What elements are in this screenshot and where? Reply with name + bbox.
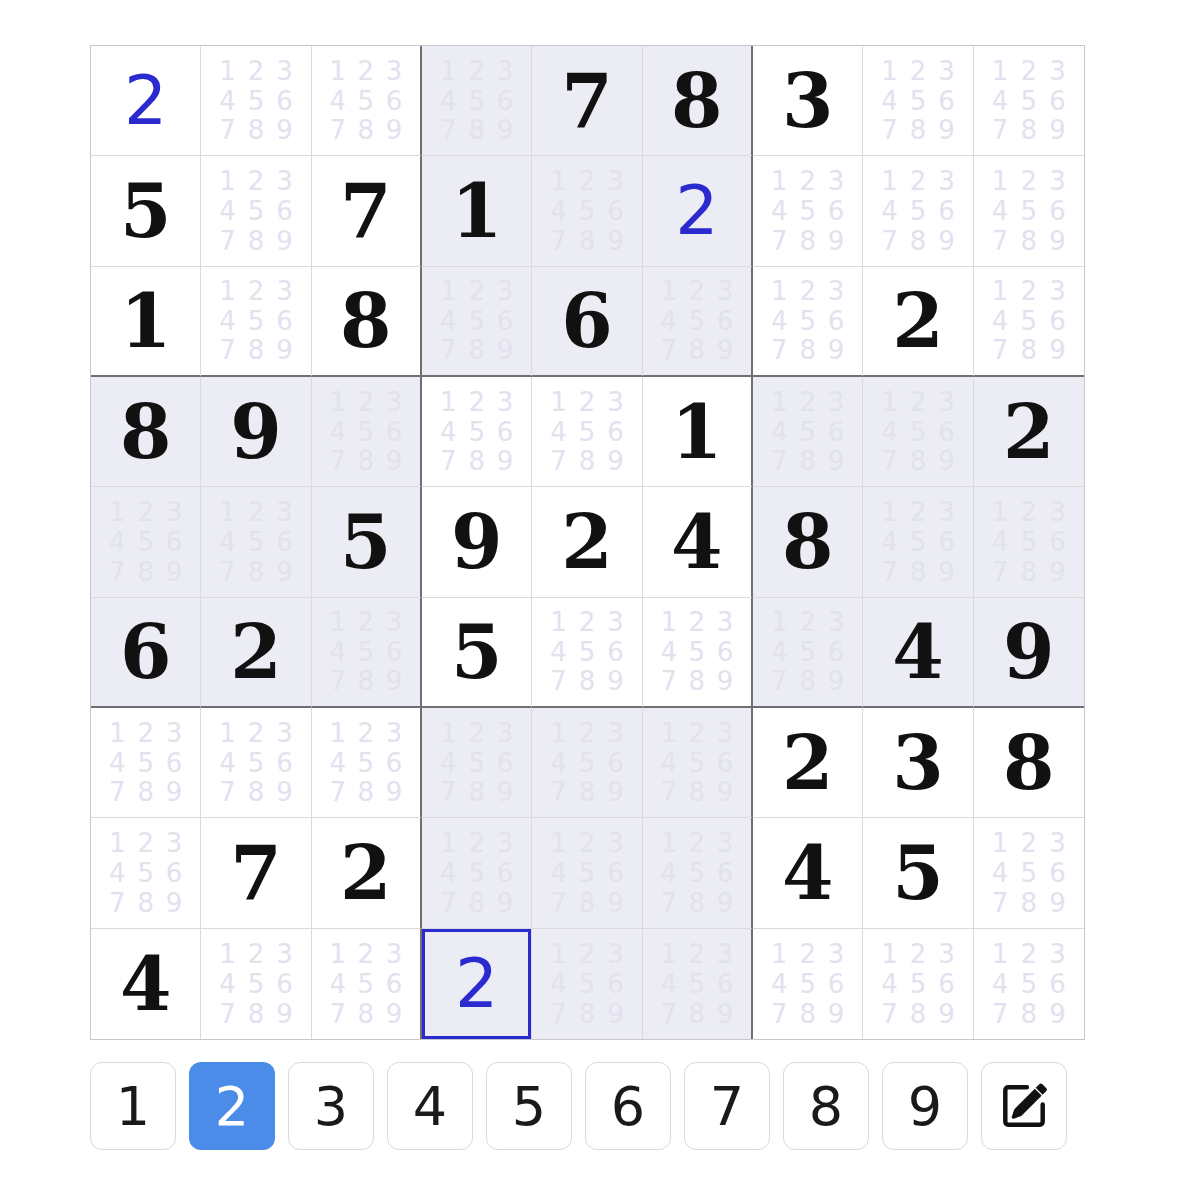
numpad-button-9[interactable]: 9	[882, 1062, 968, 1150]
cell-r2c9[interactable]: 123456789	[974, 156, 1084, 266]
pencil-mark-digit: 1	[986, 497, 1015, 527]
numpad-button-1[interactable]: 1	[90, 1062, 176, 1150]
cell-r3c4[interactable]: 123456789	[422, 267, 532, 377]
pencil-mark-digit: 9	[270, 999, 298, 1029]
pencil-mark-digit: 8	[242, 778, 270, 808]
pencil-mark-digit: 8	[683, 888, 711, 918]
pencil-mark-digit: 1	[986, 939, 1015, 969]
pencil-mark-digit: 3	[1043, 828, 1072, 858]
pencil-mark-digit: 7	[765, 447, 793, 477]
pencil-mark-digit: 2	[352, 939, 380, 969]
pencil-mark-digit: 5	[242, 748, 270, 778]
pencil-mark-digit: 1	[655, 939, 683, 969]
pencil-marks: 123456789	[312, 708, 420, 817]
pencil-mark-digit: 2	[462, 56, 490, 86]
pencil-mark-digit: 5	[242, 527, 270, 557]
pencil-marks: 123456789	[201, 156, 310, 265]
pencil-mark-digit: 2	[131, 497, 159, 527]
pencil-mark-digit: 2	[352, 56, 380, 86]
pencil-mark-digit: 3	[1043, 939, 1072, 969]
cell-r2c3[interactable]: 7	[312, 156, 422, 266]
cell-r1c5[interactable]: 7	[532, 46, 642, 156]
pencil-mark-digit: 7	[213, 778, 241, 808]
cell-r1c2[interactable]: 123456789	[201, 46, 311, 156]
pencil-mark-digit: 5	[1014, 196, 1043, 226]
cell-r3c8[interactable]: 2	[863, 267, 973, 377]
user-digit: 2	[675, 177, 718, 245]
pencil-mark-digit: 2	[683, 718, 711, 748]
pencil-mark-digit: 8	[462, 888, 490, 918]
pencil-marks: 123456789	[643, 267, 751, 375]
pencil-mark-digit: 8	[1014, 999, 1043, 1029]
cell-r3c5[interactable]: 6	[532, 267, 642, 377]
pencil-mark-digit: 5	[462, 306, 490, 335]
cell-r2c1[interactable]: 5	[91, 156, 201, 266]
pencil-mark-digit: 6	[932, 196, 960, 226]
pencil-mark-digit: 3	[822, 939, 850, 969]
pencil-mark-digit: 8	[793, 447, 821, 477]
pencil-mark-digit: 8	[683, 999, 711, 1029]
pencil-mark-digit: 4	[434, 306, 462, 335]
pencil-mark-digit: 7	[986, 557, 1015, 587]
cell-r3c2[interactable]: 123456789	[201, 267, 311, 377]
pencil-mark-digit: 6	[822, 417, 850, 447]
pencil-mark-digit: 2	[1014, 56, 1043, 86]
pencil-mark-digit: 2	[573, 828, 601, 858]
pencil-mark-digit: 5	[793, 417, 821, 447]
given-digit: 4	[782, 836, 834, 910]
pencil-mark-digit: 7	[434, 116, 462, 146]
pencil-mark-digit: 2	[1014, 939, 1043, 969]
given-digit: 1	[451, 174, 503, 248]
pencil-mark-digit: 6	[160, 748, 188, 778]
pencil-mark-digit: 5	[242, 196, 270, 226]
pencil-mark-digit: 7	[765, 667, 793, 696]
pencil-marks: 123456789	[532, 598, 641, 706]
pencil-mark-digit: 5	[242, 86, 270, 116]
pencil-mark-digit: 2	[462, 277, 490, 306]
pencil-mark-digit: 6	[601, 748, 629, 778]
cell-r7c4[interactable]: 123456789	[422, 708, 532, 818]
pencil-mark-digit: 6	[491, 858, 519, 888]
pencil-mark-digit: 1	[434, 387, 462, 417]
pencil-mark-digit: 1	[324, 608, 352, 637]
pencil-mark-digit: 5	[573, 637, 601, 666]
cell-r5c5[interactable]: 2	[532, 487, 642, 597]
pencil-mark-digit: 9	[380, 999, 408, 1029]
cell-r4c9[interactable]: 2	[974, 377, 1084, 487]
pencil-marks: 123456789	[974, 487, 1084, 596]
cell-r3c6[interactable]: 123456789	[643, 267, 753, 377]
pencil-mark-digit: 2	[242, 56, 270, 86]
cell-r5c6[interactable]: 4	[643, 487, 753, 597]
pencil-mark-digit: 9	[1043, 888, 1072, 918]
pencil-marks: 123456789	[312, 46, 420, 155]
pencil-mark-digit: 2	[131, 718, 159, 748]
cell-r9c7[interactable]: 123456789	[753, 929, 863, 1039]
pencil-mark-digit: 4	[213, 969, 241, 999]
pencil-mark-digit: 3	[1043, 56, 1072, 86]
pencil-mark-digit: 2	[1014, 497, 1043, 527]
pencil-mark-digit: 5	[352, 969, 380, 999]
numpad-edit-button[interactable]	[981, 1062, 1067, 1150]
pencil-mark-digit: 2	[904, 166, 932, 196]
cell-r2c2[interactable]: 123456789	[201, 156, 311, 266]
numpad-button-4[interactable]: 4	[387, 1062, 473, 1150]
pencil-marks: 123456789	[863, 46, 972, 155]
pencil-mark-digit: 8	[352, 447, 380, 477]
cell-r6c2[interactable]: 2	[201, 598, 311, 708]
pencil-mark-digit: 5	[131, 748, 159, 778]
pencil-mark-digit: 4	[213, 527, 241, 557]
pencil-mark-digit: 9	[601, 667, 629, 696]
pencil-mark-digit: 1	[765, 166, 793, 196]
pencil-mark-digit: 7	[765, 999, 793, 1029]
pencil-mark-digit: 8	[683, 667, 711, 696]
pencil-mark-digit: 5	[793, 306, 821, 335]
pencil-mark-digit: 8	[1014, 116, 1043, 146]
pencil-mark-digit: 5	[683, 637, 711, 666]
cell-r4c1[interactable]: 8	[91, 377, 201, 487]
pencil-mark-digit: 9	[601, 226, 629, 256]
given-digit: 6	[120, 615, 172, 689]
pencil-mark-digit: 4	[986, 969, 1015, 999]
pencil-marks: 123456789	[91, 818, 200, 927]
cell-r9c4[interactable]: 2	[422, 929, 532, 1039]
pencil-mark-digit: 5	[573, 858, 601, 888]
pencil-mark-digit: 6	[1043, 196, 1072, 226]
pencil-mark-digit: 3	[711, 608, 739, 637]
pencil-mark-digit: 5	[131, 858, 159, 888]
pencil-mark-digit: 3	[380, 387, 408, 417]
numpad-button-8[interactable]: 8	[783, 1062, 869, 1150]
pencil-mark-digit: 2	[131, 828, 159, 858]
pencil-mark-digit: 9	[822, 336, 850, 365]
cell-r9c9[interactable]: 123456789	[974, 929, 1084, 1039]
pencil-mark-digit: 3	[270, 939, 298, 969]
cell-r1c8[interactable]: 123456789	[863, 46, 973, 156]
numpad-button-3[interactable]: 3	[288, 1062, 374, 1150]
cell-r2c8[interactable]: 123456789	[863, 156, 973, 266]
pencil-mark-digit: 2	[242, 939, 270, 969]
pencil-mark-digit: 6	[491, 306, 519, 335]
pencil-mark-digit: 6	[711, 969, 739, 999]
pencil-mark-digit: 4	[213, 748, 241, 778]
pencil-mark-digit: 4	[213, 86, 241, 116]
cell-r5c7[interactable]: 8	[753, 487, 863, 597]
pencil-mark-digit: 4	[986, 858, 1015, 888]
cell-r7c9[interactable]: 8	[974, 708, 1084, 818]
numpad-button-6[interactable]: 6	[585, 1062, 671, 1150]
pencil-mark-digit: 2	[242, 166, 270, 196]
cell-r5c8[interactable]: 123456789	[863, 487, 973, 597]
pencil-mark-digit: 8	[793, 667, 821, 696]
cell-r8c4[interactable]: 123456789	[422, 818, 532, 928]
pencil-marks: 123456789	[532, 818, 641, 927]
pencil-marks: 123456789	[974, 46, 1084, 155]
pencil-mark-digit: 3	[932, 56, 960, 86]
pencil-mark-digit: 3	[270, 497, 298, 527]
cell-r7c2[interactable]: 123456789	[201, 708, 311, 818]
cell-r7c1[interactable]: 123456789	[91, 708, 201, 818]
pencil-mark-digit: 7	[213, 336, 241, 365]
cell-r2c6[interactable]: 2	[643, 156, 753, 266]
pencil-mark-digit: 8	[683, 336, 711, 365]
pencil-mark-digit: 6	[822, 196, 850, 226]
given-digit: 3	[892, 726, 944, 800]
cell-r7c3[interactable]: 123456789	[312, 708, 422, 818]
pencil-mark-digit: 1	[544, 166, 572, 196]
pencil-marks: 123456789	[422, 267, 531, 375]
pencil-mark-digit: 1	[324, 718, 352, 748]
cell-r9c3[interactable]: 123456789	[312, 929, 422, 1039]
pencil-mark-digit: 3	[491, 277, 519, 306]
pencil-mark-digit: 8	[352, 999, 380, 1029]
cell-r4c7[interactable]: 123456789	[753, 377, 863, 487]
sudoku-board: 2123456789123456789123456789783123456789…	[90, 45, 1085, 1040]
cell-r4c4[interactable]: 123456789	[422, 377, 532, 487]
cell-r6c6[interactable]: 123456789	[643, 598, 753, 708]
pencil-mark-digit: 5	[793, 637, 821, 666]
pencil-mark-digit: 8	[573, 667, 601, 696]
pencil-mark-digit: 4	[875, 196, 903, 226]
pencil-mark-digit: 3	[601, 387, 629, 417]
user-digit: 2	[455, 950, 498, 1018]
given-digit: 3	[782, 64, 834, 138]
pencil-mark-digit: 7	[875, 557, 903, 587]
cell-r1c9[interactable]: 123456789	[974, 46, 1084, 156]
cell-r3c1[interactable]: 1	[91, 267, 201, 377]
cell-r3c7[interactable]: 123456789	[753, 267, 863, 377]
pencil-mark-digit: 4	[875, 527, 903, 557]
pencil-mark-digit: 7	[986, 888, 1015, 918]
pencil-mark-digit: 6	[491, 748, 519, 778]
pencil-mark-digit: 8	[242, 999, 270, 1029]
cell-r2c5[interactable]: 123456789	[532, 156, 642, 266]
pencil-marks: 123456789	[643, 598, 751, 706]
cell-r6c3[interactable]: 123456789	[312, 598, 422, 708]
pencil-mark-digit: 6	[270, 527, 298, 557]
given-digit: 2	[892, 284, 944, 358]
pencil-mark-digit: 1	[103, 828, 131, 858]
pencil-mark-digit: 4	[765, 196, 793, 226]
cell-r5c3[interactable]: 5	[312, 487, 422, 597]
pencil-mark-digit: 7	[655, 667, 683, 696]
cell-r4c8[interactable]: 123456789	[863, 377, 973, 487]
pencil-mark-digit: 1	[875, 497, 903, 527]
pencil-mark-digit: 9	[822, 447, 850, 477]
pencil-mark-digit: 1	[655, 718, 683, 748]
cell-r9c5[interactable]: 123456789	[532, 929, 642, 1039]
numpad-button-7[interactable]: 7	[684, 1062, 770, 1150]
cell-r7c6[interactable]: 123456789	[643, 708, 753, 818]
cell-r1c6[interactable]: 8	[643, 46, 753, 156]
pencil-mark-digit: 3	[932, 939, 960, 969]
pencil-mark-digit: 9	[932, 557, 960, 587]
pencil-mark-digit: 5	[1014, 306, 1043, 335]
pencil-mark-digit: 5	[352, 637, 380, 666]
cell-r8c8[interactable]: 5	[863, 818, 973, 928]
cell-r1c4[interactable]: 123456789	[422, 46, 532, 156]
pencil-mark-digit: 3	[601, 166, 629, 196]
pencil-mark-digit: 8	[573, 447, 601, 477]
pencil-mark-digit: 6	[491, 86, 519, 116]
pencil-mark-digit: 7	[324, 116, 352, 146]
cell-r5c1[interactable]: 123456789	[91, 487, 201, 597]
pencil-mark-digit: 8	[573, 999, 601, 1029]
pencil-mark-digit: 9	[601, 888, 629, 918]
pencil-mark-digit: 7	[544, 888, 572, 918]
cell-r4c3[interactable]: 123456789	[312, 377, 422, 487]
pencil-marks: 123456789	[312, 377, 420, 486]
pencil-mark-digit: 4	[103, 748, 131, 778]
pencil-mark-digit: 8	[573, 778, 601, 808]
pencil-mark-digit: 1	[324, 56, 352, 86]
pencil-mark-digit: 3	[270, 166, 298, 196]
pencil-marks: 123456789	[974, 156, 1084, 265]
cell-r8c2[interactable]: 7	[201, 818, 311, 928]
pencil-mark-digit: 2	[573, 718, 601, 748]
pencil-mark-digit: 9	[601, 447, 629, 477]
cell-r5c9[interactable]: 123456789	[974, 487, 1084, 597]
cell-r9c1[interactable]: 4	[91, 929, 201, 1039]
cell-r5c4[interactable]: 9	[422, 487, 532, 597]
numpad-button-5[interactable]: 5	[486, 1062, 572, 1150]
pencil-mark-digit: 1	[213, 939, 241, 969]
pencil-mark-digit: 1	[103, 718, 131, 748]
given-digit: 4	[892, 615, 944, 689]
pencil-mark-digit: 4	[544, 858, 572, 888]
pencil-marks: 123456789	[422, 818, 531, 927]
pencil-mark-digit: 4	[213, 306, 241, 335]
pencil-mark-digit: 3	[1043, 277, 1072, 306]
cell-r7c8[interactable]: 3	[863, 708, 973, 818]
cell-r1c1[interactable]: 2	[91, 46, 201, 156]
cell-r5c2[interactable]: 123456789	[201, 487, 311, 597]
pencil-mark-digit: 1	[875, 56, 903, 86]
pencil-mark-digit: 7	[875, 999, 903, 1029]
pencil-mark-digit: 7	[324, 447, 352, 477]
pencil-mark-digit: 5	[1014, 527, 1043, 557]
cell-r1c3[interactable]: 123456789	[312, 46, 422, 156]
pencil-mark-digit: 1	[544, 718, 572, 748]
pencil-mark-digit: 9	[380, 447, 408, 477]
pencil-mark-digit: 5	[462, 86, 490, 116]
pencil-mark-digit: 4	[434, 748, 462, 778]
pencil-mark-digit: 6	[160, 858, 188, 888]
cell-r6c5[interactable]: 123456789	[532, 598, 642, 708]
pencil-mark-digit: 6	[822, 637, 850, 666]
cell-r6c7[interactable]: 123456789	[753, 598, 863, 708]
pencil-marks: 123456789	[753, 156, 862, 265]
pencil-mark-digit: 7	[324, 999, 352, 1029]
pencil-mark-digit: 4	[544, 969, 572, 999]
cell-r6c8[interactable]: 4	[863, 598, 973, 708]
pencil-mark-digit: 9	[711, 999, 739, 1029]
pencil-mark-digit: 4	[655, 748, 683, 778]
pencil-marks: 123456789	[91, 708, 200, 817]
given-digit: 4	[671, 505, 723, 579]
cell-r2c4[interactable]: 1	[422, 156, 532, 266]
pencil-mark-digit: 6	[711, 858, 739, 888]
pencil-mark-digit: 6	[270, 196, 298, 226]
given-digit: 9	[230, 395, 282, 469]
cell-r1c7[interactable]: 3	[753, 46, 863, 156]
given-digit: 8	[1003, 726, 1055, 800]
pencil-mark-digit: 8	[904, 999, 932, 1029]
pencil-mark-digit: 7	[655, 778, 683, 808]
pencil-mark-digit: 4	[986, 86, 1015, 116]
pencil-mark-digit: 5	[352, 86, 380, 116]
cell-r6c1[interactable]: 6	[91, 598, 201, 708]
pencil-mark-digit: 3	[822, 387, 850, 417]
cell-r3c9[interactable]: 123456789	[974, 267, 1084, 377]
cell-r9c8[interactable]: 123456789	[863, 929, 973, 1039]
pencil-mark-digit: 7	[213, 557, 241, 587]
cell-r9c6[interactable]: 123456789	[643, 929, 753, 1039]
pencil-mark-digit: 2	[1014, 277, 1043, 306]
pencil-mark-digit: 1	[765, 939, 793, 969]
pencil-marks: 123456789	[863, 156, 972, 265]
pencil-mark-digit: 4	[765, 306, 793, 335]
pencil-mark-digit: 9	[1043, 226, 1072, 256]
pencil-mark-digit: 3	[1043, 497, 1072, 527]
pencil-mark-digit: 2	[793, 608, 821, 637]
pencil-mark-digit: 2	[573, 166, 601, 196]
cell-r8c3[interactable]: 2	[312, 818, 422, 928]
pencil-mark-digit: 5	[904, 527, 932, 557]
pencil-mark-digit: 4	[434, 858, 462, 888]
pencil-mark-digit: 5	[462, 858, 490, 888]
pencil-mark-digit: 6	[711, 637, 739, 666]
pencil-mark-digit: 4	[324, 748, 352, 778]
pencil-mark-digit: 2	[352, 608, 380, 637]
pencil-mark-digit: 7	[986, 116, 1015, 146]
cell-r6c4[interactable]: 5	[422, 598, 532, 708]
cell-r8c9[interactable]: 123456789	[974, 818, 1084, 928]
pencil-mark-digit: 4	[103, 527, 131, 557]
cell-r6c9[interactable]: 9	[974, 598, 1084, 708]
pencil-mark-digit: 2	[793, 166, 821, 196]
cell-r7c7[interactable]: 2	[753, 708, 863, 818]
pencil-mark-digit: 5	[352, 417, 380, 447]
cell-r8c1[interactable]: 123456789	[91, 818, 201, 928]
pencil-mark-digit: 1	[213, 166, 241, 196]
pencil-marks: 123456789	[201, 46, 310, 155]
cell-r9c2[interactable]: 123456789	[201, 929, 311, 1039]
cell-r8c5[interactable]: 123456789	[532, 818, 642, 928]
cell-r2c7[interactable]: 123456789	[753, 156, 863, 266]
pencil-mark-digit: 7	[434, 778, 462, 808]
cell-r4c2[interactable]: 9	[201, 377, 311, 487]
user-digit: 2	[124, 67, 167, 135]
numpad-button-2[interactable]: 2	[189, 1062, 275, 1150]
pencil-marks: 123456789	[753, 929, 862, 1039]
given-digit: 8	[671, 64, 723, 138]
cell-r4c6[interactable]: 1	[643, 377, 753, 487]
cell-r4c5[interactable]: 123456789	[532, 377, 642, 487]
given-digit: 5	[120, 174, 172, 248]
cell-r8c6[interactable]: 123456789	[643, 818, 753, 928]
pencil-mark-digit: 1	[765, 387, 793, 417]
pencil-mark-digit: 9	[380, 667, 408, 696]
cell-r8c7[interactable]: 4	[753, 818, 863, 928]
pencil-mark-digit: 3	[1043, 166, 1072, 196]
cell-r3c3[interactable]: 8	[312, 267, 422, 377]
cell-r7c5[interactable]: 123456789	[532, 708, 642, 818]
pencil-mark-digit: 7	[655, 999, 683, 1029]
given-digit: 4	[120, 947, 172, 1021]
